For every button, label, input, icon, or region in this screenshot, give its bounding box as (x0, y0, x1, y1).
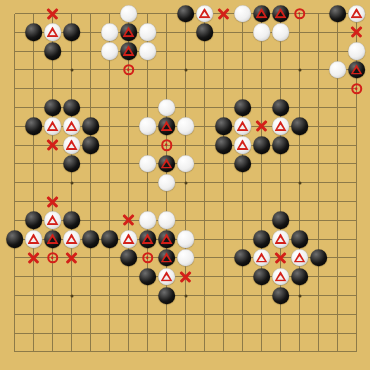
black-stone (234, 99, 252, 117)
black-stone (63, 212, 81, 230)
circle-mark (294, 8, 306, 20)
white-stone (101, 24, 119, 42)
x-mark (350, 26, 363, 39)
white-stone (139, 212, 157, 230)
white-stone (158, 99, 176, 117)
grid-line-vertical (318, 14, 319, 352)
black-stone (63, 155, 81, 173)
grid-line-horizontal (15, 333, 357, 334)
white-stone (348, 42, 366, 60)
x-mark (122, 214, 135, 227)
white-stone (158, 174, 176, 192)
white-stone (177, 155, 195, 173)
black-stone (82, 230, 100, 248)
white-stone (177, 118, 195, 136)
x-mark (217, 7, 230, 20)
black-stone (25, 24, 43, 42)
black-stone (44, 99, 62, 117)
circle-mark (351, 83, 363, 95)
star-point (298, 68, 301, 71)
star-point (298, 181, 301, 184)
white-stone (139, 24, 157, 42)
black-stone (272, 287, 290, 305)
black-stone (63, 24, 81, 42)
black-stone (215, 118, 233, 136)
black-stone (310, 249, 328, 267)
black-stone (234, 249, 252, 267)
x-mark (179, 270, 192, 283)
white-stone (253, 24, 271, 42)
grid-line-horizontal (15, 314, 357, 315)
black-stone (215, 136, 233, 154)
black-stone (291, 230, 309, 248)
circle-mark (47, 252, 59, 264)
grid-line-horizontal (15, 351, 357, 352)
white-stone (234, 5, 252, 23)
white-stone (177, 249, 195, 267)
circle-mark (142, 252, 154, 264)
white-stone (120, 5, 138, 23)
star-point (70, 181, 73, 184)
black-stone (272, 212, 290, 230)
white-stone (272, 24, 290, 42)
star-point (70, 294, 73, 297)
x-mark (65, 251, 78, 264)
black-stone (25, 212, 43, 230)
x-mark (46, 7, 59, 20)
star-point (70, 68, 73, 71)
white-stone (139, 118, 157, 136)
black-stone (253, 136, 271, 154)
go-board[interactable] (0, 0, 370, 370)
black-stone (101, 230, 119, 248)
white-stone (158, 212, 176, 230)
grid-line-vertical (242, 14, 243, 352)
black-stone (234, 155, 252, 173)
black-stone (196, 24, 214, 42)
circle-mark (161, 139, 173, 151)
circle-mark (123, 64, 135, 76)
star-point (298, 294, 301, 297)
black-stone (177, 5, 195, 23)
white-stone (101, 42, 119, 60)
grid-line-horizontal (15, 201, 357, 202)
black-stone (120, 249, 138, 267)
x-mark (274, 251, 287, 264)
star-point (184, 68, 187, 71)
black-stone (82, 136, 100, 154)
black-stone (63, 99, 81, 117)
black-stone (291, 118, 309, 136)
black-stone (139, 268, 157, 286)
white-stone (139, 42, 157, 60)
black-stone (329, 5, 347, 23)
black-stone (6, 230, 24, 248)
white-stone (139, 155, 157, 173)
x-mark (46, 139, 59, 152)
black-stone (253, 230, 271, 248)
grid-line-vertical (223, 14, 224, 352)
star-point (184, 181, 187, 184)
black-stone (272, 99, 290, 117)
black-stone (44, 42, 62, 60)
white-stone (177, 230, 195, 248)
black-stone (82, 118, 100, 136)
white-stone (329, 61, 347, 79)
black-stone (25, 118, 43, 136)
x-mark (27, 251, 40, 264)
black-stone (158, 287, 176, 305)
grid-line-vertical (261, 14, 262, 352)
x-mark (255, 120, 268, 133)
black-stone (253, 268, 271, 286)
black-stone (272, 136, 290, 154)
star-point (184, 294, 187, 297)
grid-line-vertical (204, 14, 205, 352)
x-mark (46, 195, 59, 208)
black-stone (291, 268, 309, 286)
